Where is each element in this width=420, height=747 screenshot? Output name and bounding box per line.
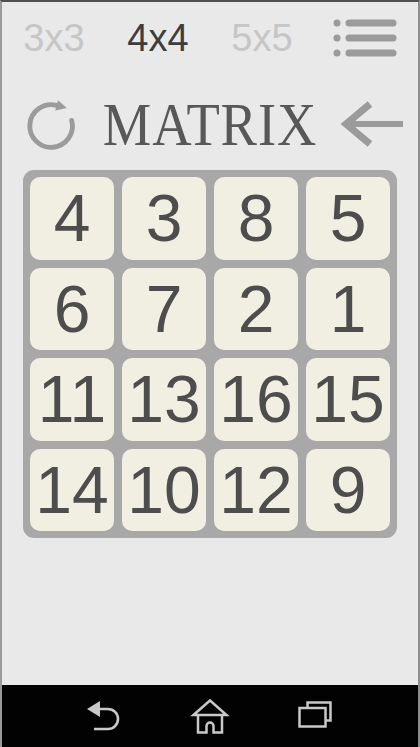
tile-16[interactable]: 16	[214, 358, 298, 441]
tile-4[interactable]: 4	[30, 177, 114, 260]
tile-6[interactable]: 6	[30, 268, 114, 351]
nav-back-button[interactable]	[85, 696, 125, 736]
title-bar: MATRIX	[2, 88, 418, 160]
android-recents-icon	[295, 696, 335, 736]
tile-10[interactable]: 10	[122, 449, 206, 532]
nav-recents-button[interactable]	[295, 696, 335, 736]
tile-13[interactable]: 13	[122, 358, 206, 441]
tile-9[interactable]: 9	[306, 449, 390, 532]
tile-11[interactable]: 11	[30, 358, 114, 441]
back-arrow-icon	[336, 96, 406, 152]
tab-4x4[interactable]: 4x4	[127, 19, 188, 57]
tile-2[interactable]: 2	[214, 268, 298, 351]
tab-5x5[interactable]: 5x5	[231, 19, 292, 57]
page-title: MATRIX	[99, 93, 321, 155]
tab-3x3[interactable]: 3x3	[23, 19, 84, 57]
refresh-icon	[22, 93, 84, 155]
tile-7[interactable]: 7	[122, 268, 206, 351]
back-button[interactable]	[336, 96, 406, 152]
tile-12[interactable]: 12	[214, 449, 298, 532]
tile-8[interactable]: 8	[214, 177, 298, 260]
empty-area	[2, 538, 418, 685]
app-screen: 3x3 4x4 5x5	[0, 0, 420, 747]
tile-14[interactable]: 14	[30, 449, 114, 532]
mode-tabs: 3x3 4x4 5x5	[2, 2, 418, 74]
tile-3[interactable]: 3	[122, 177, 206, 260]
restart-button[interactable]	[22, 93, 84, 155]
list-menu-icon	[333, 16, 399, 60]
android-nav-bar	[2, 685, 418, 747]
menu-button[interactable]	[333, 16, 399, 60]
tile-15[interactable]: 15	[306, 358, 390, 441]
tile-5[interactable]: 5	[306, 177, 390, 260]
android-back-icon	[85, 696, 125, 736]
android-home-icon	[190, 696, 230, 736]
nav-home-button[interactable]	[190, 696, 230, 736]
tile-1[interactable]: 1	[306, 268, 390, 351]
puzzle-board: 43856721111316151410129	[23, 170, 397, 538]
